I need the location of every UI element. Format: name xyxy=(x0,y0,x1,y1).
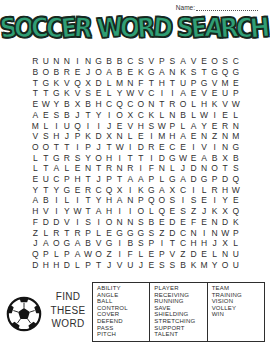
grid-cell-r13c1[interactable]: Y xyxy=(30,184,41,195)
grid-cell-r2c17[interactable]: T xyxy=(199,67,210,78)
grid-cell-r20c16[interactable]: K xyxy=(188,259,199,270)
grid-cell-r18c20[interactable]: L xyxy=(230,238,241,249)
grid-cell-r12c13[interactable]: L xyxy=(157,174,168,185)
grid-cell-r14c6[interactable]: T xyxy=(83,195,94,206)
grid-cell-r6c2[interactable]: E xyxy=(41,109,52,120)
grid-cell-r20c6[interactable]: P xyxy=(83,259,94,270)
grid-cell-r16c18[interactable]: N xyxy=(209,216,220,227)
grid-cell-r6c3[interactable]: S xyxy=(51,109,62,120)
grid-cell-r1c13[interactable]: P xyxy=(157,56,168,67)
grid-cell-r15c10[interactable]: I xyxy=(125,206,136,217)
grid-cell-r3c9[interactable]: M xyxy=(114,77,125,88)
grid-cell-r18c11[interactable]: S xyxy=(136,238,147,249)
grid-cell-r1c7[interactable]: G xyxy=(93,56,104,67)
grid-cell-r19c12[interactable]: E xyxy=(146,249,157,260)
grid-cell-r18c6[interactable]: B xyxy=(83,238,94,249)
grid-cell-r8c4[interactable]: J xyxy=(62,131,73,142)
grid-cell-r13c12[interactable]: G xyxy=(146,184,157,195)
grid-cell-r9c7[interactable]: J xyxy=(93,142,104,153)
grid-cell-r16c19[interactable]: D xyxy=(220,216,231,227)
grid-cell-r8c3[interactable]: H xyxy=(51,131,62,142)
grid-cell-r7c14[interactable]: P xyxy=(167,120,178,131)
grid-cell-r13c18[interactable]: R xyxy=(209,184,220,195)
grid-cell-r19c17[interactable]: E xyxy=(199,249,210,260)
grid-cell-r15c17[interactable]: J xyxy=(199,206,210,217)
grid-cell-r19c18[interactable]: L xyxy=(209,249,220,260)
grid-cell-r17c3[interactable]: R xyxy=(51,227,62,238)
grid-cell-r8c19[interactable]: N xyxy=(220,131,231,142)
grid-cell-r11c19[interactable]: T xyxy=(220,163,231,174)
grid-cell-r19c7[interactable]: O xyxy=(93,249,104,260)
grid-cell-r17c6[interactable]: P xyxy=(83,227,94,238)
grid-cell-r10c17[interactable]: A xyxy=(199,152,210,163)
grid-cell-r20c11[interactable]: J xyxy=(136,259,147,270)
grid-cell-r6c20[interactable]: L xyxy=(230,109,241,120)
grid-cell-r14c13[interactable]: O xyxy=(157,195,168,206)
grid-cell-r2c2[interactable]: O xyxy=(41,67,52,78)
grid-cell-r19c8[interactable]: Z xyxy=(104,249,115,260)
grid-cell-r2c10[interactable]: E xyxy=(125,67,136,78)
grid-cell-r20c1[interactable]: D xyxy=(30,259,41,270)
grid-cell-r9c16[interactable]: I xyxy=(188,142,199,153)
grid-cell-r10c3[interactable]: G xyxy=(51,152,62,163)
grid-cell-r7c17[interactable]: Y xyxy=(199,120,210,131)
grid-cell-r15c19[interactable]: X xyxy=(220,206,231,217)
grid-cell-r7c16[interactable]: A xyxy=(188,120,199,131)
grid-cell-r17c19[interactable]: W xyxy=(220,227,231,238)
grid-cell-r1c4[interactable]: N xyxy=(62,56,73,67)
grid-cell-r6c5[interactable]: J xyxy=(72,109,83,120)
grid-cell-r1c17[interactable]: E xyxy=(199,56,210,67)
grid-cell-r12c6[interactable]: T xyxy=(83,174,94,185)
grid-cell-r1c6[interactable]: N xyxy=(83,56,94,67)
grid-cell-r18c9[interactable]: I xyxy=(114,238,125,249)
grid-cell-r6c12[interactable]: K xyxy=(146,109,157,120)
grid-cell-r4c11[interactable]: V xyxy=(136,88,147,99)
grid-cell-r18c16[interactable]: H xyxy=(188,238,199,249)
grid-cell-r4c6[interactable]: S xyxy=(83,88,94,99)
grid-cell-r11c9[interactable]: N xyxy=(114,163,125,174)
grid-cell-r10c7[interactable]: O xyxy=(93,152,104,163)
grid-cell-r2c16[interactable]: S xyxy=(188,67,199,78)
grid-cell-r13c15[interactable]: C xyxy=(178,184,189,195)
word-list-item[interactable]: TRAINING xyxy=(212,292,264,299)
grid-cell-r6c13[interactable]: L xyxy=(157,109,168,120)
grid-cell-r13c4[interactable]: G xyxy=(62,184,73,195)
grid-cell-r2c20[interactable]: G xyxy=(230,67,241,78)
grid-cell-r5c4[interactable]: B xyxy=(62,99,73,110)
grid-cell-r9c4[interactable]: T xyxy=(62,142,73,153)
grid-cell-r20c4[interactable]: D xyxy=(62,259,73,270)
grid-cell-r12c19[interactable]: D xyxy=(220,174,231,185)
grid-cell-r15c3[interactable]: I xyxy=(51,206,62,217)
grid-cell-r18c15[interactable]: C xyxy=(178,238,189,249)
grid-cell-r14c12[interactable]: Q xyxy=(146,195,157,206)
grid-cell-r19c9[interactable]: I xyxy=(114,249,125,260)
grid-cell-r12c16[interactable]: D xyxy=(188,174,199,185)
grid-cell-r3c11[interactable]: F xyxy=(136,77,147,88)
grid-cell-r16c10[interactable]: N xyxy=(125,216,136,227)
grid-cell-r4c17[interactable]: V xyxy=(199,88,210,99)
grid-cell-r16c5[interactable]: I xyxy=(72,216,83,227)
grid-cell-r9c12[interactable]: R xyxy=(146,142,157,153)
grid-cell-r2c1[interactable]: B xyxy=(30,67,41,78)
grid-cell-r14c17[interactable]: E xyxy=(199,195,210,206)
grid-cell-r3c20[interactable]: E xyxy=(230,77,241,88)
grid-cell-r7c1[interactable]: M xyxy=(30,120,41,131)
grid-cell-r17c12[interactable]: S xyxy=(146,227,157,238)
grid-cell-r16c13[interactable]: E xyxy=(157,216,168,227)
grid-cell-r6c17[interactable]: W xyxy=(199,109,210,120)
grid-cell-r13c8[interactable]: Q xyxy=(104,184,115,195)
grid-cell-r20c3[interactable]: H xyxy=(51,259,62,270)
grid-cell-r19c19[interactable]: N xyxy=(220,249,231,260)
grid-cell-r10c14[interactable]: G xyxy=(167,152,178,163)
grid-cell-r13c14[interactable]: X xyxy=(167,184,178,195)
grid-cell-r11c11[interactable]: I xyxy=(136,163,147,174)
grid-cell-r20c20[interactable]: U xyxy=(230,259,241,270)
grid-cell-r10c15[interactable]: W xyxy=(178,152,189,163)
grid-cell-r18c12[interactable]: P xyxy=(146,238,157,249)
grid-cell-r2c8[interactable]: A xyxy=(104,67,115,78)
grid-cell-r14c7[interactable]: Y xyxy=(93,195,104,206)
grid-cell-r11c17[interactable]: N xyxy=(199,163,210,174)
grid-cell-r11c18[interactable]: O xyxy=(209,163,220,174)
word-list-item[interactable]: PLAYER xyxy=(154,285,206,292)
grid-cell-r5c1[interactable]: E xyxy=(30,99,41,110)
grid-cell-r5c8[interactable]: C xyxy=(104,99,115,110)
grid-cell-r13c3[interactable]: Y xyxy=(51,184,62,195)
grid-cell-r10c6[interactable]: Y xyxy=(83,152,94,163)
grid-cell-r7c7[interactable]: I xyxy=(93,120,104,131)
grid-cell-r9c5[interactable]: I xyxy=(72,142,83,153)
grid-cell-r19c2[interactable]: P xyxy=(41,249,52,260)
grid-cell-r18c1[interactable]: J xyxy=(30,238,41,249)
grid-cell-r17c7[interactable]: L xyxy=(93,227,104,238)
grid-cell-r5c17[interactable]: H xyxy=(199,99,210,110)
grid-cell-r5c16[interactable]: L xyxy=(188,99,199,110)
grid-cell-r1c19[interactable]: S xyxy=(220,56,231,67)
grid-cell-r16c16[interactable]: F xyxy=(188,216,199,227)
grid-cell-r17c8[interactable]: E xyxy=(104,227,115,238)
grid-cell-r8c10[interactable]: L xyxy=(125,131,136,142)
grid-cell-r11c8[interactable]: R xyxy=(104,163,115,174)
grid-cell-r12c7[interactable]: J xyxy=(93,174,104,185)
grid-cell-r8c12[interactable]: I xyxy=(146,131,157,142)
grid-cell-r14c11[interactable]: P xyxy=(136,195,147,206)
grid-cell-r11c15[interactable]: J xyxy=(178,163,189,174)
grid-cell-r12c18[interactable]: P xyxy=(209,174,220,185)
word-list-item[interactable]: VOLLEY xyxy=(212,305,264,312)
grid-cell-r4c16[interactable]: E xyxy=(188,88,199,99)
grid-cell-r10c5[interactable]: S xyxy=(72,152,83,163)
grid-cell-r1c9[interactable]: B xyxy=(114,56,125,67)
grid-cell-r13c13[interactable]: A xyxy=(157,184,168,195)
grid-cell-r16c17[interactable]: E xyxy=(199,216,210,227)
grid-cell-r18c19[interactable]: X xyxy=(220,238,231,249)
grid-cell-r19c5[interactable]: A xyxy=(72,249,83,260)
grid-cell-r2c7[interactable]: O xyxy=(93,67,104,78)
grid-cell-r2c5[interactable]: E xyxy=(72,67,83,78)
grid-cell-r20c5[interactable]: L xyxy=(72,259,83,270)
grid-cell-r11c12[interactable]: F xyxy=(146,163,157,174)
grid-cell-r16c15[interactable]: E xyxy=(178,216,189,227)
grid-cell-r16c11[interactable]: S xyxy=(136,216,147,227)
grid-cell-r4c15[interactable]: A xyxy=(178,88,189,99)
grid-cell-r11c6[interactable]: N xyxy=(83,163,94,174)
grid-cell-r17c1[interactable]: Z xyxy=(30,227,41,238)
grid-cell-r3c6[interactable]: X xyxy=(83,77,94,88)
grid-cell-r9c18[interactable]: I xyxy=(209,142,220,153)
word-list-item[interactable]: BALL xyxy=(97,298,149,305)
grid-cell-r14c16[interactable]: S xyxy=(188,195,199,206)
grid-cell-r13c19[interactable]: H xyxy=(220,184,231,195)
grid-cell-r13c17[interactable]: L xyxy=(199,184,210,195)
grid-cell-r10c2[interactable]: T xyxy=(41,152,52,163)
grid-cell-r1c14[interactable]: S xyxy=(167,56,178,67)
grid-cell-r5c19[interactable]: V xyxy=(220,99,231,110)
grid-cell-r11c1[interactable]: L xyxy=(30,163,41,174)
grid-cell-r4c18[interactable]: E xyxy=(209,88,220,99)
grid-cell-r4c20[interactable]: P xyxy=(230,88,241,99)
grid-cell-r12c10[interactable]: A xyxy=(125,174,136,185)
grid-cell-r13c6[interactable]: R xyxy=(83,184,94,195)
grid-cell-r15c2[interactable]: V xyxy=(41,206,52,217)
grid-cell-r18c17[interactable]: H xyxy=(199,238,210,249)
grid-cell-r2c18[interactable]: G xyxy=(209,67,220,78)
grid-cell-r4c7[interactable]: E xyxy=(93,88,104,99)
grid-cell-r14c20[interactable]: E xyxy=(230,195,241,206)
grid-cell-r15c14[interactable]: E xyxy=(167,206,178,217)
grid-cell-r5c11[interactable]: O xyxy=(136,99,147,110)
grid-cell-r5c12[interactable]: N xyxy=(146,99,157,110)
grid-cell-r6c15[interactable]: B xyxy=(178,109,189,120)
grid-cell-r15c9[interactable]: I xyxy=(114,206,125,217)
grid-cell-r9c19[interactable]: N xyxy=(220,142,231,153)
grid-cell-r20c12[interactable]: E xyxy=(146,259,157,270)
grid-cell-r8c20[interactable]: M xyxy=(230,131,241,142)
grid-cell-r3c17[interactable]: G xyxy=(199,77,210,88)
grid-cell-r2c11[interactable]: K xyxy=(136,67,147,78)
grid-cell-r8c8[interactable]: X xyxy=(104,131,115,142)
grid-cell-r3c12[interactable]: T xyxy=(146,77,157,88)
word-list-item[interactable]: COVER xyxy=(97,311,149,318)
grid-cell-r17c16[interactable]: N xyxy=(188,227,199,238)
word-list-item[interactable]: RUNNING xyxy=(154,298,206,305)
grid-cell-r18c3[interactable]: O xyxy=(51,238,62,249)
grid-cell-r10c12[interactable]: I xyxy=(146,152,157,163)
word-list-item[interactable]: TEAM xyxy=(212,285,264,292)
grid-cell-r12c20[interactable]: Q xyxy=(230,174,241,185)
grid-cell-r19c16[interactable]: D xyxy=(188,249,199,260)
grid-cell-r5c7[interactable]: H xyxy=(93,99,104,110)
word-search-grid[interactable]: RUNNINGBBCSVPSAVEOSCBOBREJOABEKGANKSTGQG… xyxy=(30,56,241,270)
grid-cell-r8c18[interactable]: Z xyxy=(209,131,220,142)
grid-cell-r5c13[interactable]: T xyxy=(157,99,168,110)
grid-cell-r6c9[interactable]: O xyxy=(114,109,125,120)
grid-cell-r20c9[interactable]: V xyxy=(114,259,125,270)
grid-cell-r14c19[interactable]: Y xyxy=(220,195,231,206)
grid-cell-r16c20[interactable]: K xyxy=(230,216,241,227)
grid-cell-r17c13[interactable]: Z xyxy=(157,227,168,238)
grid-cell-r16c6[interactable]: S xyxy=(83,216,94,227)
grid-cell-r16c7[interactable]: I xyxy=(93,216,104,227)
grid-cell-r17c5[interactable]: R xyxy=(72,227,83,238)
grid-cell-r19c14[interactable]: V xyxy=(167,249,178,260)
grid-cell-r7c18[interactable]: E xyxy=(209,120,220,131)
grid-cell-r6c16[interactable]: L xyxy=(188,109,199,120)
grid-cell-r20c14[interactable]: S xyxy=(167,259,178,270)
grid-cell-r15c12[interactable]: L xyxy=(146,206,157,217)
grid-cell-r11c3[interactable]: A xyxy=(51,163,62,174)
grid-cell-r12c2[interactable]: U xyxy=(41,174,52,185)
grid-cell-r11c7[interactable]: T xyxy=(93,163,104,174)
grid-cell-r10c19[interactable]: X xyxy=(220,152,231,163)
grid-cell-r16c2[interactable]: D xyxy=(41,216,52,227)
grid-cell-r4c8[interactable]: L xyxy=(104,88,115,99)
grid-cell-r20c17[interactable]: M xyxy=(199,259,210,270)
grid-cell-r1c16[interactable]: V xyxy=(188,56,199,67)
grid-cell-r13c5[interactable]: E xyxy=(72,184,83,195)
grid-cell-r7c11[interactable]: H xyxy=(136,120,147,131)
grid-cell-r5c5[interactable]: X xyxy=(72,99,83,110)
grid-cell-r15c6[interactable]: T xyxy=(83,206,94,217)
grid-cell-r16c1[interactable]: F xyxy=(30,216,41,227)
grid-cell-r2c3[interactable]: B xyxy=(51,67,62,78)
grid-cell-r17c10[interactable]: G xyxy=(125,227,136,238)
grid-cell-r17c17[interactable]: I xyxy=(199,227,210,238)
grid-cell-r9c10[interactable]: I xyxy=(125,142,136,153)
grid-cell-r3c15[interactable]: U xyxy=(178,77,189,88)
grid-cell-r15c13[interactable]: Q xyxy=(157,206,168,217)
grid-cell-r14c2[interactable]: B xyxy=(41,195,52,206)
grid-cell-r15c15[interactable]: S xyxy=(178,206,189,217)
grid-cell-r10c1[interactable]: L xyxy=(30,152,41,163)
grid-cell-r12c14[interactable]: G xyxy=(167,174,178,185)
grid-cell-r9c11[interactable]: D xyxy=(136,142,147,153)
grid-cell-r4c13[interactable]: I xyxy=(157,88,168,99)
grid-cell-r11c20[interactable]: S xyxy=(230,163,241,174)
grid-cell-r19c6[interactable]: W xyxy=(83,249,94,260)
grid-cell-r7c20[interactable]: N xyxy=(230,120,241,131)
grid-cell-r3c18[interactable]: V xyxy=(209,77,220,88)
grid-cell-r15c7[interactable]: A xyxy=(93,206,104,217)
grid-cell-r16c9[interactable]: N xyxy=(114,216,125,227)
grid-cell-r2c4[interactable]: R xyxy=(62,67,73,78)
grid-cell-r1c20[interactable]: C xyxy=(230,56,241,67)
grid-cell-r20c18[interactable]: Y xyxy=(209,259,220,270)
grid-cell-r14c1[interactable]: A xyxy=(30,195,41,206)
grid-cell-r4c3[interactable]: G xyxy=(51,88,62,99)
grid-cell-r11c4[interactable]: L xyxy=(62,163,73,174)
grid-cell-r15c11[interactable]: O xyxy=(136,206,147,217)
grid-cell-r1c2[interactable]: U xyxy=(41,56,52,67)
grid-cell-r10c11[interactable]: T xyxy=(136,152,147,163)
grid-cell-r3c1[interactable]: T xyxy=(30,77,41,88)
word-list-item[interactable]: DEFEND xyxy=(97,318,149,325)
grid-cell-r15c1[interactable]: H xyxy=(30,206,41,217)
grid-cell-r1c8[interactable]: B xyxy=(104,56,115,67)
grid-cell-r12c15[interactable]: A xyxy=(178,174,189,185)
grid-cell-r8c1[interactable]: V xyxy=(30,131,41,142)
grid-cell-r20c10[interactable]: U xyxy=(125,259,136,270)
grid-cell-r13c16[interactable]: I xyxy=(188,184,199,195)
grid-cell-r1c3[interactable]: N xyxy=(51,56,62,67)
grid-cell-r19c13[interactable]: P xyxy=(157,249,168,260)
grid-cell-r12c1[interactable]: E xyxy=(30,174,41,185)
grid-cell-r4c4[interactable]: K xyxy=(62,88,73,99)
grid-cell-r19c10[interactable]: F xyxy=(125,249,136,260)
grid-cell-r6c8[interactable]: I xyxy=(104,109,115,120)
grid-cell-r12c11[interactable]: A xyxy=(136,174,147,185)
grid-cell-r12c5[interactable]: H xyxy=(72,174,83,185)
grid-cell-r2c13[interactable]: A xyxy=(157,67,168,78)
grid-cell-r3c2[interactable]: G xyxy=(41,77,52,88)
grid-cell-r15c20[interactable]: Q xyxy=(230,206,241,217)
grid-cell-r7c6[interactable]: I xyxy=(83,120,94,131)
grid-cell-r17c15[interactable]: C xyxy=(178,227,189,238)
grid-cell-r16c8[interactable]: O xyxy=(104,216,115,227)
word-list-item[interactable]: PASS xyxy=(97,325,149,332)
grid-cell-r8c6[interactable]: K xyxy=(83,131,94,142)
grid-cell-r10c4[interactable]: R xyxy=(62,152,73,163)
grid-cell-r8c7[interactable]: D xyxy=(93,131,104,142)
grid-cell-r8c5[interactable]: P xyxy=(72,131,83,142)
grid-cell-r17c2[interactable]: L xyxy=(41,227,52,238)
grid-cell-r19c20[interactable]: U xyxy=(230,249,241,260)
grid-cell-r9c14[interactable]: C xyxy=(167,142,178,153)
grid-cell-r5c10[interactable]: C xyxy=(125,99,136,110)
grid-cell-r13c11[interactable]: K xyxy=(136,184,147,195)
grid-cell-r11c10[interactable]: R xyxy=(125,163,136,174)
grid-cell-r6c7[interactable]: Y xyxy=(93,109,104,120)
grid-cell-r17c14[interactable]: D xyxy=(167,227,178,238)
grid-cell-r18c14[interactable]: T xyxy=(167,238,178,249)
grid-cell-r5c14[interactable]: R xyxy=(167,99,178,110)
grid-cell-r14c3[interactable]: I xyxy=(51,195,62,206)
grid-cell-r14c14[interactable]: S xyxy=(167,195,178,206)
grid-cell-r20c15[interactable]: B xyxy=(178,259,189,270)
grid-cell-r7c12[interactable]: S xyxy=(146,120,157,131)
grid-cell-r8c14[interactable]: H xyxy=(167,131,178,142)
grid-cell-r12c8[interactable]: P xyxy=(104,174,115,185)
grid-cell-r3c13[interactable]: H xyxy=(157,77,168,88)
grid-cell-r18c7[interactable]: V xyxy=(93,238,104,249)
grid-cell-r4c10[interactable]: W xyxy=(125,88,136,99)
word-list-item[interactable]: VISION xyxy=(212,298,264,305)
grid-cell-r9c1[interactable]: O xyxy=(30,142,41,153)
grid-cell-r5c18[interactable]: K xyxy=(209,99,220,110)
grid-cell-r7c10[interactable]: V xyxy=(125,120,136,131)
grid-cell-r20c8[interactable]: J xyxy=(104,259,115,270)
grid-cell-r10c10[interactable]: T xyxy=(125,152,136,163)
grid-cell-r7c5[interactable]: Q xyxy=(72,120,83,131)
grid-cell-r6c10[interactable]: X xyxy=(125,109,136,120)
grid-cell-r4c9[interactable]: Y xyxy=(114,88,125,99)
word-list-item[interactable]: TALENT xyxy=(154,331,206,338)
grid-cell-r2c9[interactable]: B xyxy=(114,67,125,78)
grid-cell-r5c3[interactable]: Y xyxy=(51,99,62,110)
grid-cell-r2c14[interactable]: N xyxy=(167,67,178,78)
grid-cell-r13c7[interactable]: C xyxy=(93,184,104,195)
grid-cell-r15c4[interactable]: Y xyxy=(62,206,73,217)
grid-cell-r11c5[interactable]: E xyxy=(72,163,83,174)
grid-cell-r19c11[interactable]: L xyxy=(136,249,147,260)
grid-cell-r20c13[interactable]: S xyxy=(157,259,168,270)
grid-cell-r4c14[interactable]: I xyxy=(167,88,178,99)
grid-cell-r20c19[interactable]: O xyxy=(220,259,231,270)
grid-cell-r3c7[interactable]: D xyxy=(93,77,104,88)
